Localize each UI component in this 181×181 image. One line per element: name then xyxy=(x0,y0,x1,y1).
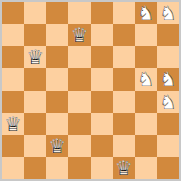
square-b8[interactable] xyxy=(24,2,46,24)
square-d3[interactable] xyxy=(68,113,90,135)
white-knight-outline-glyph: ♘ xyxy=(137,3,155,23)
piece-white-queen-a3[interactable]: ♛♕ xyxy=(2,113,24,135)
piece-white-knight-g5[interactable]: ♞♘ xyxy=(135,68,157,90)
piece-white-knight-h8[interactable]: ♞♘ xyxy=(157,2,179,24)
square-g3[interactable] xyxy=(135,113,157,135)
square-a1[interactable] xyxy=(2,157,24,179)
white-knight-outline-glyph: ♘ xyxy=(137,69,155,89)
chess-board: ♞♘♞♘♛♕♛♕♞♘♞♘♞♘♛♕♛♕♛♕ xyxy=(0,0,181,181)
piece-white-queen-f1[interactable]: ♛♕ xyxy=(113,157,135,179)
white-queen-outline-glyph: ♕ xyxy=(115,158,133,178)
square-g6[interactable] xyxy=(135,46,157,68)
square-c3[interactable] xyxy=(46,113,68,135)
square-b7[interactable] xyxy=(24,24,46,46)
square-f3[interactable] xyxy=(113,113,135,135)
square-d4[interactable] xyxy=(68,91,90,113)
square-a4[interactable] xyxy=(2,91,24,113)
square-h1[interactable] xyxy=(157,157,179,179)
piece-white-knight-h4[interactable]: ♞♘ xyxy=(157,91,179,113)
square-b6[interactable]: ♛♕ xyxy=(24,46,46,68)
square-c1[interactable] xyxy=(46,157,68,179)
square-f5[interactable] xyxy=(113,68,135,90)
square-g2[interactable] xyxy=(135,135,157,157)
square-h7[interactable] xyxy=(157,24,179,46)
square-h5[interactable]: ♞♘ xyxy=(157,68,179,90)
square-d1[interactable] xyxy=(68,157,90,179)
square-f4[interactable] xyxy=(113,91,135,113)
square-e4[interactable] xyxy=(91,91,113,113)
square-d5[interactable] xyxy=(68,68,90,90)
square-h6[interactable] xyxy=(157,46,179,68)
square-e6[interactable] xyxy=(91,46,113,68)
square-c6[interactable] xyxy=(46,46,68,68)
square-b3[interactable] xyxy=(24,113,46,135)
white-queen-outline-glyph: ♕ xyxy=(48,136,66,156)
square-c8[interactable] xyxy=(46,2,68,24)
square-c4[interactable] xyxy=(46,91,68,113)
square-a7[interactable] xyxy=(2,24,24,46)
white-queen-outline-glyph: ♕ xyxy=(4,114,22,134)
piece-white-queen-b6[interactable]: ♛♕ xyxy=(24,46,46,68)
square-a8[interactable] xyxy=(2,2,24,24)
square-e1[interactable] xyxy=(91,157,113,179)
square-d6[interactable] xyxy=(68,46,90,68)
square-a2[interactable] xyxy=(2,135,24,157)
piece-white-queen-d7[interactable]: ♛♕ xyxy=(68,24,90,46)
white-knight-outline-glyph: ♘ xyxy=(159,69,177,89)
square-f7[interactable] xyxy=(113,24,135,46)
white-queen-outline-glyph: ♕ xyxy=(70,25,88,45)
square-g7[interactable] xyxy=(135,24,157,46)
square-c7[interactable] xyxy=(46,24,68,46)
square-b1[interactable] xyxy=(24,157,46,179)
square-h4[interactable]: ♞♘ xyxy=(157,91,179,113)
square-g1[interactable] xyxy=(135,157,157,179)
piece-white-knight-g8[interactable]: ♞♘ xyxy=(135,2,157,24)
square-d8[interactable] xyxy=(68,2,90,24)
white-knight-outline-glyph: ♘ xyxy=(159,3,177,23)
square-a3[interactable]: ♛♕ xyxy=(2,113,24,135)
square-d7[interactable]: ♛♕ xyxy=(68,24,90,46)
square-h2[interactable] xyxy=(157,135,179,157)
square-b2[interactable] xyxy=(24,135,46,157)
square-b4[interactable] xyxy=(24,91,46,113)
square-f6[interactable] xyxy=(113,46,135,68)
square-g4[interactable] xyxy=(135,91,157,113)
square-e3[interactable] xyxy=(91,113,113,135)
square-d2[interactable] xyxy=(68,135,90,157)
piece-white-queen-c2[interactable]: ♛♕ xyxy=(46,135,68,157)
square-g5[interactable]: ♞♘ xyxy=(135,68,157,90)
square-c5[interactable] xyxy=(46,68,68,90)
square-a5[interactable] xyxy=(2,68,24,90)
square-h3[interactable] xyxy=(157,113,179,135)
square-e7[interactable] xyxy=(91,24,113,46)
square-e5[interactable] xyxy=(91,68,113,90)
square-e2[interactable] xyxy=(91,135,113,157)
white-knight-outline-glyph: ♘ xyxy=(159,92,177,112)
piece-white-knight-h5[interactable]: ♞♘ xyxy=(157,68,179,90)
square-f1[interactable]: ♛♕ xyxy=(113,157,135,179)
square-f8[interactable] xyxy=(113,2,135,24)
square-e8[interactable] xyxy=(91,2,113,24)
square-h8[interactable]: ♞♘ xyxy=(157,2,179,24)
square-g8[interactable]: ♞♘ xyxy=(135,2,157,24)
square-a6[interactable] xyxy=(2,46,24,68)
white-queen-outline-glyph: ♕ xyxy=(26,47,44,67)
square-b5[interactable] xyxy=(24,68,46,90)
square-f2[interactable] xyxy=(113,135,135,157)
square-c2[interactable]: ♛♕ xyxy=(46,135,68,157)
